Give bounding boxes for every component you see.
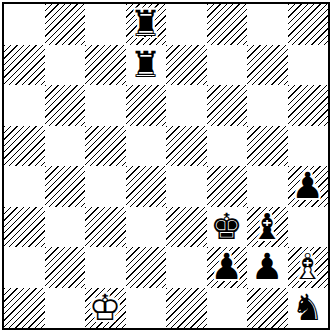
black-knight[interactable]: ♞ xyxy=(292,290,324,326)
square-g7[interactable] xyxy=(247,45,288,86)
square-c8[interactable] xyxy=(85,4,126,45)
black-pawn[interactable]: ♟ xyxy=(292,168,324,204)
black-king[interactable]: ♚ xyxy=(211,209,243,245)
square-d1[interactable] xyxy=(126,288,167,329)
square-a6[interactable] xyxy=(4,85,45,126)
square-d2[interactable] xyxy=(126,247,167,288)
square-e4[interactable] xyxy=(166,166,207,207)
square-d7[interactable]: ♜ xyxy=(126,45,167,86)
black-pawn[interactable]: ♟ xyxy=(251,249,283,285)
square-f8[interactable] xyxy=(207,4,248,45)
square-b7[interactable] xyxy=(45,45,86,86)
square-a1[interactable] xyxy=(4,288,45,329)
square-b6[interactable] xyxy=(45,85,86,126)
square-g8[interactable] xyxy=(247,4,288,45)
square-a7[interactable] xyxy=(4,45,45,86)
square-b5[interactable] xyxy=(45,126,86,167)
piece-glyph: ♜ xyxy=(130,6,162,42)
square-d6[interactable] xyxy=(126,85,167,126)
chess-board: ♜♜♟♚♝♟♟♝♗♚♔♞ xyxy=(4,4,328,328)
square-d8[interactable]: ♜ xyxy=(126,4,167,45)
board-frame: ♜♜♟♚♝♟♟♝♗♚♔♞ xyxy=(2,2,330,330)
square-f7[interactable] xyxy=(207,45,248,86)
square-c2[interactable] xyxy=(85,247,126,288)
square-a5[interactable] xyxy=(4,126,45,167)
piece-outline-layer: ♔ xyxy=(89,290,121,326)
square-g4[interactable] xyxy=(247,166,288,207)
piece-glyph: ♞ xyxy=(292,290,324,326)
square-a2[interactable] xyxy=(4,247,45,288)
square-c3[interactable] xyxy=(85,207,126,248)
square-c6[interactable] xyxy=(85,85,126,126)
square-f3[interactable]: ♚ xyxy=(207,207,248,248)
square-h4[interactable]: ♟ xyxy=(288,166,329,207)
piece-glyph: ♚ xyxy=(211,209,243,245)
square-h2[interactable]: ♝♗ xyxy=(288,247,329,288)
piece-glyph: ♟ xyxy=(211,249,243,285)
square-b8[interactable] xyxy=(45,4,86,45)
square-e3[interactable] xyxy=(166,207,207,248)
square-d5[interactable] xyxy=(126,126,167,167)
square-a4[interactable] xyxy=(4,166,45,207)
piece-glyph: ♝ xyxy=(251,209,283,245)
square-b1[interactable] xyxy=(45,288,86,329)
square-a8[interactable] xyxy=(4,4,45,45)
piece-glyph: ♟ xyxy=(251,249,283,285)
square-d3[interactable] xyxy=(126,207,167,248)
square-f2[interactable]: ♟ xyxy=(207,247,248,288)
black-rook[interactable]: ♜ xyxy=(130,47,162,83)
square-e1[interactable] xyxy=(166,288,207,329)
square-c5[interactable] xyxy=(85,126,126,167)
square-b3[interactable] xyxy=(45,207,86,248)
square-g3[interactable]: ♝ xyxy=(247,207,288,248)
square-g1[interactable] xyxy=(247,288,288,329)
square-h5[interactable] xyxy=(288,126,329,167)
square-c7[interactable] xyxy=(85,45,126,86)
square-h1[interactable]: ♞ xyxy=(288,288,329,329)
square-e7[interactable] xyxy=(166,45,207,86)
piece-glyph: ♜ xyxy=(130,47,162,83)
square-b4[interactable] xyxy=(45,166,86,207)
square-h8[interactable] xyxy=(288,4,329,45)
square-e5[interactable] xyxy=(166,126,207,167)
square-h6[interactable] xyxy=(288,85,329,126)
square-h7[interactable] xyxy=(288,45,329,86)
square-h3[interactable] xyxy=(288,207,329,248)
square-c4[interactable] xyxy=(85,166,126,207)
square-f1[interactable] xyxy=(207,288,248,329)
square-a3[interactable] xyxy=(4,207,45,248)
square-f4[interactable] xyxy=(207,166,248,207)
square-f5[interactable] xyxy=(207,126,248,167)
black-pawn[interactable]: ♟ xyxy=(211,249,243,285)
square-d4[interactable] xyxy=(126,166,167,207)
square-f6[interactable] xyxy=(207,85,248,126)
white-king[interactable]: ♚♔ xyxy=(89,290,121,326)
square-e6[interactable] xyxy=(166,85,207,126)
piece-glyph: ♟ xyxy=(292,168,324,204)
square-c1[interactable]: ♚♔ xyxy=(85,288,126,329)
black-bishop[interactable]: ♝ xyxy=(251,209,283,245)
square-g2[interactable]: ♟ xyxy=(247,247,288,288)
square-g6[interactable] xyxy=(247,85,288,126)
piece-outline-layer: ♗ xyxy=(292,249,324,285)
square-g5[interactable] xyxy=(247,126,288,167)
chess-diagram: ♜♜♟♚♝♟♟♝♗♚♔♞ xyxy=(0,0,332,332)
white-bishop[interactable]: ♝♗ xyxy=(292,249,324,285)
square-e2[interactable] xyxy=(166,247,207,288)
square-b2[interactable] xyxy=(45,247,86,288)
square-e8[interactable] xyxy=(166,4,207,45)
black-rook[interactable]: ♜ xyxy=(130,6,162,42)
